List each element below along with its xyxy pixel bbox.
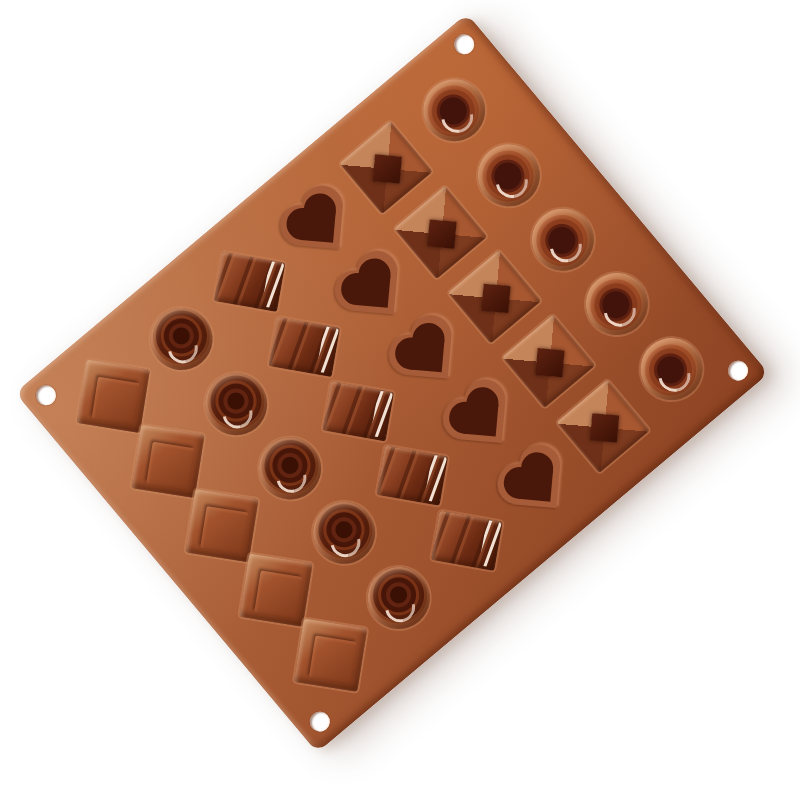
swirl-highlight: [325, 522, 366, 563]
pyramid-cavity-bottom: [372, 155, 401, 184]
heart-cavity-bottom: [409, 338, 444, 373]
twist-cavity: [322, 381, 394, 441]
square-cavity: [239, 554, 312, 627]
twist-highlight: [424, 455, 447, 503]
square-cavity-bottom: [146, 442, 194, 490]
square-cavity: [185, 489, 258, 562]
twist-cavity: [214, 252, 286, 312]
swirl-highlight: [270, 457, 311, 498]
heart-cavity-bottom: [518, 467, 553, 502]
pyramid-cavity-bottom: [481, 284, 510, 313]
swirl-highlight: [162, 328, 203, 369]
pyramid-cavity-bottom: [535, 349, 564, 378]
swirl-cavity: [355, 554, 442, 641]
donut-cavity: [627, 326, 714, 413]
twist-highlight: [316, 326, 339, 374]
twist-highlight: [261, 261, 284, 309]
square-cavity: [293, 619, 366, 692]
heart-cavity-bottom: [301, 209, 336, 244]
donut-highlight: [543, 224, 588, 269]
donut-highlight: [489, 160, 534, 205]
twist-cavity: [268, 317, 340, 377]
heart-cavity-bottom: [464, 402, 499, 437]
square-cavity-bottom: [254, 572, 302, 620]
twist-cavity: [376, 446, 448, 506]
swirl-highlight: [379, 587, 420, 628]
donut-highlight: [597, 289, 642, 334]
cavity-grid: [52, 50, 732, 717]
twist-highlight: [370, 391, 393, 439]
pyramid-cavity-bottom: [427, 219, 456, 248]
square-cavity-bottom: [200, 507, 248, 555]
chocolate-mold-tray: [15, 13, 769, 752]
product-photo-scene: [0, 0, 800, 800]
square-cavity-bottom: [91, 378, 139, 426]
pyramid-cavity-bottom: [589, 413, 618, 442]
twist-cavity: [431, 511, 503, 571]
square-cavity: [76, 360, 149, 433]
heart-cavity-bottom: [355, 273, 390, 308]
twist-highlight: [478, 520, 501, 568]
square-cavity: [131, 425, 204, 498]
swirl-highlight: [216, 393, 257, 434]
donut-highlight: [435, 95, 480, 140]
donut-highlight: [652, 354, 697, 399]
square-cavity-bottom: [308, 636, 356, 684]
